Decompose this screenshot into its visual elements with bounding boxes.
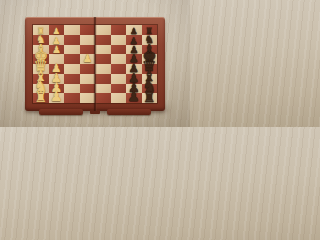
square-f7: ♟ xyxy=(126,45,142,55)
square-c2: ♟ xyxy=(49,74,65,84)
square-g2: ♟ xyxy=(49,35,65,45)
square-f6 xyxy=(111,45,127,55)
square-h7: ♟ xyxy=(126,25,142,35)
square-a3 xyxy=(64,93,80,103)
square-d8: ♛ xyxy=(142,64,158,74)
square-c6 xyxy=(111,74,127,84)
square-f1: ♝ xyxy=(33,45,49,55)
square-b5 xyxy=(95,84,111,94)
square-h1: ♜ xyxy=(33,25,49,35)
square-g7: ♟ xyxy=(126,35,142,45)
square-d1: ♛ xyxy=(33,64,49,74)
square-d6 xyxy=(111,64,127,74)
square-h8: ♜ xyxy=(142,25,158,35)
board-foot-right xyxy=(107,109,151,115)
square-b8: ♞ xyxy=(142,84,158,94)
photo-wooden-chess-set: { "game": "chess", "scene_title": "Foldi… xyxy=(0,0,190,127)
square-b6 xyxy=(111,84,127,94)
square-d3 xyxy=(64,64,80,74)
square-h5 xyxy=(95,25,111,35)
square-f5 xyxy=(95,45,111,55)
square-e3 xyxy=(64,54,80,64)
square-h3 xyxy=(64,25,80,35)
square-b1: ♞ xyxy=(33,84,49,94)
square-g6 xyxy=(111,35,127,45)
square-c7: ♟ xyxy=(126,74,142,84)
square-g1: ♞ xyxy=(33,35,49,45)
square-c5 xyxy=(95,74,111,84)
square-e8: ♚ xyxy=(142,54,158,64)
square-g3 xyxy=(64,35,80,45)
square-e2 xyxy=(49,54,65,64)
square-f2: ♟ xyxy=(49,45,65,55)
square-c8: ♝ xyxy=(142,74,158,84)
square-a5 xyxy=(95,93,111,103)
square-b7: ♟ xyxy=(126,84,142,94)
square-g5 xyxy=(95,35,111,45)
square-e5 xyxy=(95,54,111,64)
square-b2: ♟ xyxy=(49,84,65,94)
square-d7: ♟ xyxy=(126,64,142,74)
white-pawn: ♟ xyxy=(50,90,62,104)
black-pawn: ♟ xyxy=(128,90,140,104)
square-d2: ♟ xyxy=(49,64,65,74)
square-a1: ♜ xyxy=(33,93,49,103)
square-a7: ♟ xyxy=(126,93,142,103)
square-f3 xyxy=(64,45,80,55)
square-c1: ♝ xyxy=(33,74,49,84)
board-fold-seam xyxy=(94,17,97,111)
square-b3 xyxy=(64,84,80,94)
square-c3 xyxy=(64,74,80,84)
board-foot-left xyxy=(39,109,83,115)
chess-board: ♜♟♟♜♞♟♟♞♝♟♟♝♚♟♟♚♛♟♟♛♝♟♟♝♞♟♟♞♜♟♟♜ xyxy=(25,17,165,111)
square-e7: ♟ xyxy=(126,54,142,64)
square-a2: ♟ xyxy=(49,93,65,103)
square-h6 xyxy=(111,25,127,35)
square-d5 xyxy=(95,64,111,74)
square-h2: ♟ xyxy=(49,25,65,35)
square-a6 xyxy=(111,93,127,103)
square-e6 xyxy=(111,54,127,64)
square-e1: ♚ xyxy=(33,54,49,64)
square-f8: ♝ xyxy=(142,45,158,55)
square-g8: ♞ xyxy=(142,35,158,45)
square-a8: ♜ xyxy=(142,93,158,103)
